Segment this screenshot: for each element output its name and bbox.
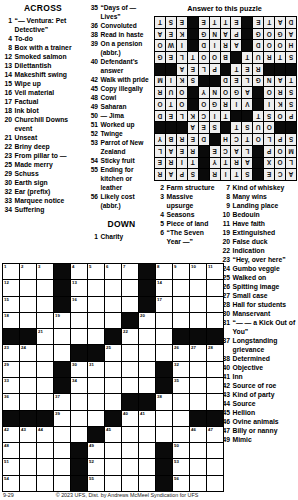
grid-cell[interactable]: 28	[207, 345, 223, 360]
answer-letter: U	[166, 87, 176, 98]
grid-cell[interactable]: 13	[71, 280, 87, 295]
grid-cell[interactable]	[122, 280, 138, 295]
grid-cell[interactable]	[37, 378, 53, 393]
answer-cell: H	[221, 134, 231, 145]
cell-number: 56	[174, 476, 179, 482]
grid-cell[interactable]: 31	[88, 362, 104, 377]
clue-text: Cowl	[101, 93, 156, 102]
clue-number: 20	[219, 237, 233, 246]
grid-cell[interactable]	[190, 280, 206, 295]
answer-letter: G	[253, 29, 263, 40]
answer-letter: D	[221, 76, 231, 87]
grid-cell[interactable]	[139, 345, 155, 360]
grid-cell[interactable]	[190, 313, 206, 328]
black-cell	[156, 459, 172, 474]
clue-text: Dilettantish	[15, 61, 86, 70]
grid-cell[interactable]	[190, 362, 206, 377]
answer-cell: D	[253, 40, 263, 51]
answer-letter: Y	[210, 158, 220, 169]
answer-letter: U	[253, 122, 263, 133]
clue-40: 40Defendant’s answer	[88, 57, 155, 75]
cell-number: 16	[72, 297, 77, 303]
clue-10: 10Bedouin	[219, 210, 297, 219]
grid-cell[interactable]	[20, 313, 36, 328]
answer-cell: S	[210, 122, 220, 133]
answer-cell: U	[253, 52, 263, 63]
answer-cell: A	[275, 17, 285, 28]
answer-cell: T	[253, 111, 263, 122]
grid-cell[interactable]	[122, 345, 138, 360]
answer-cell: T	[231, 169, 241, 180]
black-cell	[71, 476, 87, 491]
answer-letter: I	[177, 40, 187, 51]
cell-number: 20	[140, 313, 145, 319]
grid-cell[interactable]	[122, 443, 138, 458]
answer-letter: E	[264, 169, 274, 180]
cell-number: 25	[106, 345, 111, 351]
clue-text: Ear (prefix)	[15, 187, 86, 196]
grid-cell[interactable]	[71, 411, 87, 426]
across-clues-column: ACROSS 1“— Ventura: Pet Detective”4To-do…	[1, 3, 85, 214]
grid-cell[interactable]: 46	[190, 427, 206, 442]
grid-cell[interactable]	[173, 394, 189, 409]
grid-cell[interactable]	[139, 459, 155, 474]
grid-cell[interactable]: 17	[156, 297, 172, 312]
cell-number: 21	[38, 329, 43, 335]
grid-cell[interactable]	[71, 394, 87, 409]
grid-cell[interactable]: 23	[3, 345, 19, 360]
grid-cell[interactable]: 10	[190, 264, 206, 279]
answer-cell: C	[275, 169, 285, 180]
answer-cell: K	[177, 29, 187, 40]
grid-cell[interactable]: 34	[71, 378, 87, 393]
answer-cell: T	[221, 111, 231, 122]
grid-cell[interactable]: 33	[3, 378, 19, 393]
grid-cell[interactable]: 5	[88, 264, 104, 279]
grid-cell[interactable]	[88, 297, 104, 312]
answer-letter: R	[221, 40, 231, 51]
grid-cell[interactable]	[207, 394, 223, 409]
grid-cell[interactable]	[54, 427, 70, 442]
grid-cell[interactable]	[20, 394, 36, 409]
grid-cell[interactable]: 22	[122, 329, 138, 344]
down-clues-column-right: 7Kind of whiskey8Many wins9Landing place…	[219, 183, 297, 444]
answer-letter: E	[155, 158, 165, 169]
cell-number: 52	[89, 459, 94, 465]
grid-cell[interactable]	[20, 362, 36, 377]
answer-cell: E	[177, 17, 187, 28]
grid-cell[interactable]	[54, 329, 70, 344]
grid-cell[interactable]	[105, 280, 121, 295]
grid-cell[interactable]	[54, 345, 70, 360]
clue-number: 11	[219, 219, 233, 228]
grid-cell[interactable]: 21	[37, 329, 53, 344]
answer-cell: C	[231, 134, 241, 145]
grid-cell[interactable]	[88, 411, 104, 426]
grid-cell[interactable]	[20, 459, 36, 474]
answer-cell: E	[166, 52, 176, 63]
answer-letter: C	[231, 134, 241, 145]
grid-cell[interactable]	[139, 329, 155, 344]
grid-cell[interactable]	[71, 329, 87, 344]
answer-letter: E	[231, 76, 241, 87]
clue-text: “— — a Kick Out of You”	[233, 318, 298, 336]
cell-number: 34	[72, 378, 77, 384]
grid-cell[interactable]: 39	[54, 411, 70, 426]
grid-cell[interactable]	[173, 313, 189, 328]
grid-cell[interactable]	[207, 443, 223, 458]
grid-cell[interactable]: 19	[54, 313, 70, 328]
grid-cell[interactable]	[37, 459, 53, 474]
grid-cell[interactable]	[88, 394, 104, 409]
answer-cell: G	[155, 52, 165, 63]
answer-letter: S	[286, 52, 296, 63]
answer-cell: O	[199, 99, 209, 110]
answer-cell: P	[264, 146, 274, 157]
grid-cell[interactable]	[105, 394, 121, 409]
grid-cell[interactable]	[88, 329, 104, 344]
grid-cell[interactable]: 37	[54, 394, 70, 409]
grid-cell[interactable]	[54, 459, 70, 474]
grid-cell[interactable]: 40	[122, 411, 138, 426]
grid-cell[interactable]	[122, 427, 138, 442]
answer-letter: T	[231, 122, 241, 133]
grid-cell[interactable]: 56	[173, 476, 189, 491]
answer-letter: E	[166, 52, 176, 63]
grid-cell[interactable]: 1	[3, 264, 19, 279]
answer-letter: A	[166, 146, 176, 157]
clue-20: 20False duck	[219, 237, 297, 246]
grid-cell[interactable]	[190, 459, 206, 474]
grid-cell[interactable]	[88, 280, 104, 295]
grid-cell[interactable]: 7	[122, 264, 138, 279]
grid-cell[interactable]	[207, 362, 223, 377]
grid-cell[interactable]: 54	[3, 476, 19, 491]
clue-5: 5Piece of land	[153, 219, 218, 228]
grid-cell[interactable]: 53	[173, 459, 189, 474]
grid-cell[interactable]: 44	[37, 427, 53, 442]
answer-letter: I	[210, 40, 220, 51]
grid-cell[interactable]: 14	[156, 280, 172, 295]
answer-letter: G	[199, 29, 209, 40]
answer-cell: A	[231, 40, 241, 51]
answer-cell: T	[231, 122, 241, 133]
answer-letter: K	[188, 111, 198, 122]
grid-cell[interactable]	[207, 459, 223, 474]
grid-cell[interactable]: 51	[3, 459, 19, 474]
clue-4: 4Seasons	[153, 210, 218, 219]
grid-cell[interactable]: 36	[3, 394, 19, 409]
cell-number: 35	[174, 378, 179, 384]
grid-cell[interactable]: 38	[156, 394, 172, 409]
cell-number: 23	[4, 345, 9, 351]
answer-cell: R	[231, 158, 241, 169]
clue-text: Makeshift swing	[15, 70, 86, 79]
answer-cell: R	[221, 40, 231, 51]
black-cell	[71, 345, 87, 360]
answer-letter: L	[264, 134, 274, 145]
black-cell	[275, 64, 285, 75]
grid-cell[interactable]	[139, 443, 155, 458]
grid-cell[interactable]	[37, 313, 53, 328]
grid-cell[interactable]: 35	[173, 378, 189, 393]
clue-number: 15	[1, 79, 15, 88]
black-cell	[20, 329, 36, 344]
cell-number: 40	[123, 411, 128, 417]
grid-cell[interactable]	[122, 297, 138, 312]
grid-cell[interactable]: 6	[105, 264, 121, 279]
clue-number: 25	[1, 160, 15, 169]
grid-cell[interactable]	[207, 313, 223, 328]
clue-number: 3	[153, 192, 167, 210]
cell-number: 26	[174, 345, 179, 351]
answer-letter: E	[253, 17, 263, 28]
clue-47: 47Billy or nanny	[219, 426, 297, 435]
answer-cell: I	[221, 169, 231, 180]
grid-cell[interactable]	[156, 313, 172, 328]
grid-cell[interactable]	[88, 378, 104, 393]
answer-cell: E	[264, 169, 274, 180]
answer-cell: D	[199, 134, 209, 145]
answer-cell: T	[221, 17, 231, 28]
answer-cell: O	[253, 134, 263, 145]
answer-cell: R	[210, 169, 220, 180]
grid-cell[interactable]	[37, 345, 53, 360]
clue-30: 30Manservant	[219, 309, 297, 318]
answer-cell: L	[242, 146, 252, 157]
grid-cell[interactable]: 42	[3, 427, 19, 442]
grid-cell[interactable]: 30	[71, 362, 87, 377]
answer-letter: A	[155, 29, 165, 40]
clue-text: “— Ventura: Pet Detective”	[15, 16, 86, 34]
grid-cell[interactable]	[105, 476, 121, 491]
cell-number: 49	[89, 443, 94, 449]
grid-cell[interactable]	[20, 476, 36, 491]
answer-letter: S	[242, 169, 252, 180]
grid-cell[interactable]	[190, 394, 206, 409]
grid-cell[interactable]: 20	[139, 313, 155, 328]
cell-number: 43	[21, 427, 26, 433]
grid-cell[interactable]	[139, 362, 155, 377]
cell-number: 54	[4, 476, 9, 482]
grid-cell[interactable]: 43	[20, 427, 36, 442]
grid-cell[interactable]	[122, 476, 138, 491]
grid-cell[interactable]	[105, 313, 121, 328]
puzzle-date: 9-29	[3, 492, 14, 498]
grid-cell[interactable]: 12	[3, 280, 19, 295]
answer-cell: T	[275, 52, 285, 63]
clue-number: 23	[1, 151, 15, 160]
black-cell	[207, 329, 223, 344]
clue-text: “Days of — Lives”	[101, 3, 156, 21]
answer-letter: R	[264, 52, 274, 63]
grid-cell[interactable]	[190, 378, 206, 393]
answer-cell: T	[286, 76, 296, 87]
answer-letter: S	[286, 87, 296, 98]
black-cell	[286, 64, 296, 75]
clue-number: 21	[1, 133, 15, 142]
answer-letter: T	[231, 64, 241, 75]
answer-letter: A	[231, 40, 241, 51]
grid-cell[interactable]	[37, 394, 53, 409]
clue-53: 53Parrot of New Zealand	[88, 138, 155, 156]
grid-cell[interactable]	[54, 476, 70, 491]
answer-cell: A	[242, 158, 252, 169]
grid-cell[interactable]	[37, 297, 53, 312]
grid-cell[interactable]	[173, 427, 189, 442]
answer-letter: T	[253, 111, 263, 122]
grid-cell[interactable]	[105, 459, 121, 474]
grid-cell[interactable]: 48	[3, 443, 19, 458]
grid-cell[interactable]	[207, 297, 223, 312]
grid-cell[interactable]	[71, 427, 87, 442]
grid-cell[interactable]: 2	[20, 264, 36, 279]
grid-cell[interactable]	[54, 443, 70, 458]
clue-text: Bedouin	[233, 210, 298, 219]
grid-cell[interactable]	[37, 476, 53, 491]
grid-cell[interactable]	[37, 362, 53, 377]
grid-cell[interactable]	[173, 411, 189, 426]
grid-cell[interactable]	[139, 378, 155, 393]
down-clue-list-1: 1Charity	[88, 232, 155, 241]
clue-text: Objective	[233, 363, 298, 372]
grid-cell[interactable]: 11	[207, 264, 223, 279]
grid-cell[interactable]: 4	[71, 264, 87, 279]
answer-letter: O	[221, 87, 231, 98]
cell-number: 29	[4, 362, 9, 368]
grid-cell[interactable]	[88, 313, 104, 328]
answer-letter: E	[188, 134, 198, 145]
grid-cell[interactable]: 49	[88, 443, 104, 458]
black-cell	[20, 411, 36, 426]
grid-cell[interactable]: 29	[3, 362, 19, 377]
grid-cell[interactable]: 9	[173, 264, 189, 279]
grid-cell[interactable]: 25	[105, 345, 121, 360]
grid-cell[interactable]: 55	[88, 476, 104, 491]
grid-cell[interactable]: 32	[173, 362, 189, 377]
clue-text: Schuss	[15, 169, 86, 178]
cell-number: 14	[157, 280, 162, 286]
grid-cell[interactable]	[105, 443, 121, 458]
answer-letter: G	[253, 76, 263, 87]
clue-text: Wipe up	[15, 79, 86, 88]
grid-cell[interactable]	[122, 459, 138, 474]
grid-cell[interactable]: 50	[173, 443, 189, 458]
grid-cell[interactable]	[139, 476, 155, 491]
clue-number: 32	[1, 187, 15, 196]
grid-cell[interactable]	[122, 378, 138, 393]
black-cell	[242, 111, 252, 122]
answer-cell: A	[155, 29, 165, 40]
grid-cell[interactable]	[105, 297, 121, 312]
across-clue-list-1: 1“— Ventura: Pet Detective”4To-do8Box wi…	[1, 16, 85, 214]
clue-21: 21Unseat	[1, 133, 85, 142]
answer-cell: S	[188, 169, 198, 180]
grid-cell[interactable]	[173, 297, 189, 312]
grid-cell[interactable]	[20, 443, 36, 458]
grid-cell[interactable]	[105, 362, 121, 377]
clue-6: 6“The Seven Year —”	[153, 228, 218, 246]
grid-cell[interactable]: 27	[190, 345, 206, 360]
grid-cell[interactable]: 3	[37, 264, 53, 279]
answer-cell: S	[286, 134, 296, 145]
grid-cell[interactable]	[190, 476, 206, 491]
clue-number: 4	[1, 34, 15, 43]
grid-cell[interactable]	[37, 280, 53, 295]
cell-number: 33	[4, 378, 9, 384]
answer-cell: Y	[199, 87, 209, 98]
cell-number: 31	[89, 362, 94, 368]
answer-letter: A	[242, 87, 252, 98]
clue-text: Suffering	[15, 205, 86, 214]
answer-cell: I	[210, 40, 220, 51]
grid-cell[interactable]: 41	[139, 411, 155, 426]
cell-number: 7	[123, 264, 125, 270]
answer-letter: V	[242, 99, 252, 110]
clue-text: Farm structure	[167, 183, 219, 192]
answer-letter: B	[166, 134, 176, 145]
grid-cell[interactable]	[122, 362, 138, 377]
answer-cell: T	[221, 158, 231, 169]
grid-cell[interactable]	[156, 345, 172, 360]
answer-cell: B	[221, 52, 231, 63]
answer-letter: O	[264, 40, 274, 51]
grid-cell[interactable]: 52	[88, 459, 104, 474]
grid-cell[interactable]	[71, 313, 87, 328]
grid-cell[interactable]	[156, 411, 172, 426]
grid-cell[interactable]	[207, 280, 223, 295]
grid-cell[interactable]	[37, 443, 53, 458]
answer-letter: O	[275, 146, 285, 157]
grid-cell[interactable]: 45	[105, 427, 121, 442]
black-cell	[188, 87, 198, 98]
grid-cell[interactable]: 24	[20, 345, 36, 360]
grid-cell[interactable]	[207, 476, 223, 491]
grid-cell[interactable]: 47	[207, 427, 223, 442]
grid-cell[interactable]: 15	[3, 297, 19, 312]
answer-letter: T	[275, 52, 285, 63]
clue-text: Massive upsurge	[167, 192, 219, 210]
answer-letter: O	[155, 99, 165, 110]
cell-number: 11	[208, 264, 213, 270]
grid-cell[interactable]	[190, 443, 206, 458]
grid-cell[interactable]	[156, 329, 172, 344]
grid-cell[interactable]	[156, 427, 172, 442]
grid-cell[interactable]	[20, 297, 36, 312]
grid-cell[interactable]: 26	[173, 345, 189, 360]
clue-text: Veil material	[15, 88, 86, 97]
grid-cell[interactable]: 16	[71, 297, 87, 312]
answer-letter: K	[275, 99, 285, 110]
grid-cell[interactable]: 8	[156, 264, 172, 279]
grid-cell[interactable]: 18	[3, 313, 19, 328]
grid-cell[interactable]	[20, 378, 36, 393]
grid-cell[interactable]	[173, 280, 189, 295]
grid-cell[interactable]	[139, 427, 155, 442]
answer-cell: O	[264, 122, 274, 133]
grid-cell[interactable]	[20, 280, 36, 295]
answer-letter: I	[231, 99, 241, 110]
answer-cell: O	[210, 52, 220, 63]
clue-54: 54Sticky fruit	[88, 156, 155, 165]
grid-cell[interactable]	[190, 297, 206, 312]
answer-cell: E	[177, 146, 187, 157]
answer-cell: S	[188, 76, 198, 87]
grid-cell[interactable]	[105, 378, 121, 393]
clue-number: 51	[88, 120, 101, 129]
black-cell	[166, 64, 176, 75]
grid-cell[interactable]	[207, 378, 223, 393]
